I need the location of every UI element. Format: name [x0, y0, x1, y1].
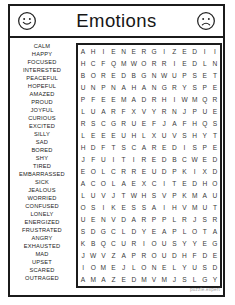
grid-cell: R	[78, 117, 88, 129]
grid-cell: O	[190, 226, 200, 238]
grid-cell: I	[210, 45, 220, 57]
grid-cell: X	[200, 166, 210, 178]
word-item: OUTRAGED	[10, 274, 74, 282]
grid-cell: X	[129, 105, 139, 117]
grid-cell: P	[179, 69, 189, 81]
page-title: Emotions	[37, 12, 196, 31]
grid-cell: M	[119, 57, 129, 69]
grid-cell: U	[210, 190, 220, 202]
grid-cell: N	[88, 81, 98, 93]
grid-cell: O	[78, 202, 88, 214]
grid-cell: F	[88, 153, 98, 165]
grid-cell: E	[98, 93, 108, 105]
grid-cell: O	[210, 178, 220, 190]
grid-cell: Z	[108, 250, 118, 262]
grid-cell: A	[78, 178, 88, 190]
grid-cell: D	[169, 141, 179, 153]
grid-cell: P	[169, 166, 179, 178]
grid-cell: D	[119, 214, 129, 226]
grid-cell: N	[98, 214, 108, 226]
grid-cell: R	[98, 69, 108, 81]
word-item: FRUSTRATED	[10, 226, 74, 234]
grid-cell: R	[149, 57, 159, 69]
grid-cell: E	[78, 166, 88, 178]
grid-cell: P	[190, 105, 200, 117]
grid-cell: U	[190, 262, 200, 274]
word-item: FOCUSED	[10, 58, 74, 66]
word-item: CURIOUS	[10, 114, 74, 122]
grid-cell: P	[78, 93, 88, 105]
grid-cell: I	[200, 45, 210, 57]
grid-cell: H	[159, 93, 169, 105]
grid-cell: A	[119, 250, 129, 262]
grid-cell: D	[169, 250, 179, 262]
grid-cell: I	[179, 141, 189, 153]
grid-cell: A	[78, 274, 88, 286]
grid-cell: I	[159, 178, 169, 190]
grid-cell: B	[88, 238, 98, 250]
grid-cell: L	[179, 226, 189, 238]
grid-cell: A	[210, 226, 220, 238]
grid-cell: P	[129, 250, 139, 262]
word-item: EMBARRASSED	[10, 170, 74, 178]
grid-cell: A	[139, 141, 149, 153]
grid-cell: S	[179, 129, 189, 141]
grid-cell: O	[88, 69, 98, 81]
letter-grid: AHIENERGIZEDIIHCFQMWORRIEDLNBOREDBGNWUPS…	[76, 43, 222, 288]
grid-cell: L	[98, 166, 108, 178]
word-item: LONELY	[10, 210, 74, 218]
grid-cell: L	[78, 129, 88, 141]
happy-face-icon	[17, 11, 37, 31]
grid-cell: E	[200, 69, 210, 81]
grid-cell: S	[190, 141, 200, 153]
grid-cell: J	[159, 117, 169, 129]
grid-cell: T	[210, 69, 220, 81]
grid-cell: N	[149, 69, 159, 81]
grid-cell: Q	[98, 238, 108, 250]
grid-cell: L	[129, 262, 139, 274]
grid-cell: P	[98, 81, 108, 93]
grid-cell: F	[98, 57, 108, 69]
grid-cell: E	[159, 262, 169, 274]
grid-cell: U	[129, 117, 139, 129]
word-item: JOYFUL	[10, 106, 74, 114]
grid-cell: Y	[200, 129, 210, 141]
grid-cell: N	[210, 57, 220, 69]
grid-cell: D	[129, 226, 139, 238]
grid-cell: H	[129, 81, 139, 93]
grid-cell: L	[200, 57, 210, 69]
grid-cell: L	[139, 129, 149, 141]
grid-cell: A	[119, 178, 129, 190]
grid-cell: A	[98, 105, 108, 117]
word-item: SCARED	[10, 266, 74, 274]
grid-cell: L	[78, 105, 88, 117]
grid-cell: E	[149, 153, 159, 165]
grid-cell: D	[159, 153, 169, 165]
word-item: BORED	[10, 146, 74, 154]
grid-cell: X	[149, 129, 159, 141]
grid-cell: O	[98, 178, 108, 190]
grid-cell: K	[179, 190, 189, 202]
grid-cell: A	[200, 190, 210, 202]
grid-cell: O	[88, 262, 98, 274]
grid-cell: N	[169, 105, 179, 117]
grid-cell: E	[210, 250, 220, 262]
grid-cell: O	[149, 238, 159, 250]
grid-cell: C	[108, 238, 118, 250]
grid-cell: I	[190, 166, 200, 178]
grid-cell: E	[129, 45, 139, 57]
grid-cell: Z	[108, 274, 118, 286]
grid-cell: S	[139, 202, 149, 214]
grid-cell: U	[159, 129, 169, 141]
grid-cell: V	[108, 214, 118, 226]
word-item: ENERGIZED	[10, 218, 74, 226]
grid-cell: Q	[108, 57, 118, 69]
grid-cell: R	[149, 141, 159, 153]
grid-cell: Y	[210, 274, 220, 286]
grid-cell: S	[119, 141, 129, 153]
word-item: UPSET	[10, 258, 74, 266]
word-item: PROUD	[10, 98, 74, 106]
grid-cell: E	[210, 81, 220, 93]
grid-cell: M	[190, 190, 200, 202]
grid-cell: E	[210, 141, 220, 153]
word-item: WORRIED	[10, 194, 74, 202]
grid-cell: R	[179, 214, 189, 226]
grid-cell: A	[78, 45, 88, 57]
grid-cell: E	[88, 214, 98, 226]
grid-cell: T	[210, 202, 220, 214]
grid-cell: W	[159, 69, 169, 81]
grid-cell: D	[129, 274, 139, 286]
grid-cell: D	[139, 93, 149, 105]
grid-cell: D	[210, 262, 220, 274]
grid-cell: U	[149, 166, 159, 178]
grid-cell: H	[190, 117, 200, 129]
word-list: CALMHAPPYFOCUSEDINTERESTEDPEACEFULHOPEFU…	[10, 42, 74, 282]
word-item: EXHAUSTED	[10, 242, 74, 250]
word-item: JEALOUS	[10, 186, 74, 194]
grid-cell: R	[129, 238, 139, 250]
grid-cell: C	[88, 57, 98, 69]
grid-cell: R	[129, 166, 139, 178]
grid-cell: J	[78, 153, 88, 165]
grid-cell: T	[200, 226, 210, 238]
grid-cell: R	[119, 117, 129, 129]
grid-cell: N	[108, 81, 118, 93]
grid-cell: W	[190, 153, 200, 165]
grid-cell: R	[139, 45, 149, 57]
grid-cell: Y	[179, 81, 189, 93]
grid-cell: J	[78, 250, 88, 262]
grid-cell: T	[210, 129, 220, 141]
grid-cell: J	[108, 190, 118, 202]
grid-cell: E	[88, 129, 98, 141]
word-item: PEACEFUL	[10, 74, 74, 82]
grid-cell: K	[179, 166, 189, 178]
word-item: CONFUSED	[10, 202, 74, 210]
grid-cell: A	[159, 226, 169, 238]
grid-cell: G	[200, 274, 210, 286]
grid-cell: S	[200, 262, 210, 274]
grid-cell: H	[190, 129, 200, 141]
grid-cell: G	[108, 117, 118, 129]
grid-cell: F	[98, 141, 108, 153]
grid-cell: I	[98, 45, 108, 57]
grid-cell: W	[88, 250, 98, 262]
grid-cell: D	[190, 45, 200, 57]
grid-cell: R	[210, 214, 220, 226]
word-item: HOPEFUL	[10, 82, 74, 90]
grid-cell: B	[78, 69, 88, 81]
grid-cell: D	[200, 250, 210, 262]
grid-cell: C	[149, 178, 159, 190]
grid-cell: H	[200, 178, 210, 190]
grid-cell: V	[159, 190, 169, 202]
grid-cell: C	[129, 141, 139, 153]
grid-cell: V	[149, 274, 159, 286]
grid-cell: Y	[179, 262, 189, 274]
grid-cell: C	[88, 178, 98, 190]
grid-cell: D	[210, 166, 220, 178]
grid-cell: J	[119, 262, 129, 274]
grid-cell: I	[139, 238, 149, 250]
word-item: MAD	[10, 250, 74, 258]
grid-cell: E	[179, 178, 189, 190]
grid-cell: N	[149, 81, 159, 93]
word-item: ANGRY	[10, 234, 74, 242]
grid-cell: Q	[200, 93, 210, 105]
grid-cell: S	[190, 81, 200, 93]
grid-cell: E	[129, 178, 139, 190]
grid-cell: H	[169, 202, 179, 214]
grid-cell: O	[139, 262, 149, 274]
grid-cell: U	[88, 105, 98, 117]
grid-cell: D	[190, 178, 200, 190]
grid-cell: X	[139, 178, 149, 190]
grid-cell: S	[179, 274, 189, 286]
grid-cell: V	[139, 105, 149, 117]
grid-cell: R	[119, 166, 129, 178]
grid-cell: U	[119, 129, 129, 141]
grid-cell: Y	[179, 238, 189, 250]
grid-cell: U	[78, 214, 88, 226]
grid-cell: M	[139, 274, 149, 286]
grid-cell: A	[129, 214, 139, 226]
grid-cell: H	[78, 141, 88, 153]
grid-cell: E	[159, 141, 169, 153]
grid-cell: U	[200, 202, 210, 214]
grid-cell: E	[139, 117, 149, 129]
grid-cell: A	[149, 202, 159, 214]
grid-cell: E	[179, 57, 189, 69]
word-item: TIRED	[10, 162, 74, 170]
grid-cell: P	[169, 190, 179, 202]
grid-cell: U	[98, 153, 108, 165]
grid-cell: A	[129, 93, 139, 105]
watermark: puzzle.expert	[190, 287, 220, 292]
grid-cell: R	[210, 93, 220, 105]
grid-cell: O	[149, 250, 159, 262]
word-item: INTERESTED	[10, 66, 74, 74]
grid-cell: W	[129, 190, 139, 202]
grid-cell: R	[149, 93, 159, 105]
grid-cell: F	[119, 105, 129, 117]
grid-cell: R	[159, 57, 169, 69]
word-item: SAD	[10, 138, 74, 146]
grid-cell: D	[88, 141, 98, 153]
grid-cell: P	[169, 226, 179, 238]
grid-cell: E	[139, 166, 149, 178]
grid-cell: K	[108, 202, 118, 214]
grid-cell: B	[129, 69, 139, 81]
grid-cell: U	[159, 238, 169, 250]
grid-cell: T	[119, 153, 129, 165]
grid-cell: T	[119, 190, 129, 202]
grid-cell: E	[119, 202, 129, 214]
grid-cell: I	[78, 262, 88, 274]
word-item: CALM	[10, 42, 74, 50]
worksheet-page: Emotions CALMHAPPYFOCUSEDINTERESTEDPEACE…	[8, 4, 225, 297]
grid-cell: I	[159, 202, 169, 214]
grid-cell: H	[78, 57, 88, 69]
grid-cell: O	[88, 166, 98, 178]
grid-cell: I	[98, 202, 108, 214]
grid-cell: K	[78, 238, 88, 250]
grid-cell: H	[88, 45, 98, 57]
grid-cell: C	[108, 166, 118, 178]
puzzle-body: CALMHAPPYFOCUSEDINTERESTEDPEACEFULHOPEFU…	[10, 38, 223, 295]
grid-cell: E	[108, 93, 118, 105]
grid-cell: S	[88, 117, 98, 129]
grid-cell: F	[179, 117, 189, 129]
grid-cell: W	[179, 93, 189, 105]
grid-cell: I	[169, 57, 179, 69]
grid-cell: A	[119, 81, 129, 93]
grid-cell: S	[190, 69, 200, 81]
grid-cell: R	[108, 105, 118, 117]
grid-cell: G	[149, 45, 159, 57]
word-item: AMAZED	[10, 90, 74, 98]
grid-cell: F	[88, 93, 98, 105]
grid-cell: Y	[190, 238, 200, 250]
grid-cell: U	[78, 81, 88, 93]
grid-cell: V	[98, 190, 108, 202]
grid-cell: O	[139, 57, 149, 69]
grid-cell: I	[169, 93, 179, 105]
grid-cell: L	[169, 262, 179, 274]
grid-cell: R	[169, 81, 179, 93]
grid-cell: Y	[139, 226, 149, 238]
grid-cell: E	[149, 226, 159, 238]
grid-cell: U	[169, 69, 179, 81]
grid-cell: V	[169, 129, 179, 141]
grid-cell: L	[78, 190, 88, 202]
grid-cell: J	[169, 274, 179, 286]
grid-cell: H	[129, 129, 139, 141]
word-item: SICK	[10, 178, 74, 186]
grid-cell: G	[210, 238, 220, 250]
grid-cell: N	[149, 262, 159, 274]
grid-cell: W	[129, 57, 139, 69]
grid-cell: S	[200, 214, 210, 226]
grid-cell: M	[159, 274, 169, 286]
grid-cell: G	[159, 81, 169, 93]
grid-cell: S	[149, 190, 159, 202]
grid-cell: L	[169, 214, 179, 226]
grid-cell: Z	[169, 45, 179, 57]
grid-cell: J	[190, 214, 200, 226]
grid-cell: C	[98, 117, 108, 129]
grid-cell: M	[190, 93, 200, 105]
grid-cell: D	[190, 57, 200, 69]
header: Emotions	[10, 6, 223, 38]
grid-cell: M	[88, 274, 98, 286]
grid-cell: E	[108, 129, 118, 141]
grid-cell: A	[169, 117, 179, 129]
grid-cell: P	[200, 141, 210, 153]
grid-cell: R	[159, 105, 169, 117]
grid-cell: A	[98, 274, 108, 286]
grid-cell: I	[129, 153, 139, 165]
grid-cell: P	[159, 214, 169, 226]
grid-cell: I	[108, 153, 118, 165]
grid-cell: S	[169, 238, 179, 250]
grid-cell: U	[200, 105, 210, 117]
sad-face-icon	[196, 11, 216, 31]
grid-cell: D	[88, 226, 98, 238]
grid-cell: L	[119, 226, 129, 238]
grid-cell: S	[88, 202, 98, 214]
grid-cell: G	[139, 69, 149, 81]
grid-cell: E	[200, 238, 210, 250]
grid-cell: P	[149, 214, 159, 226]
grid-cell: V	[98, 250, 108, 262]
grid-cell: H	[179, 250, 189, 262]
grid-cell: H	[139, 190, 149, 202]
grid-cell: L	[190, 274, 200, 286]
grid-cell: E	[200, 153, 210, 165]
grid-cell: R	[139, 153, 149, 165]
grid-cell: R	[139, 214, 149, 226]
grid-cell: F	[149, 117, 159, 129]
grid-cell: T	[108, 141, 118, 153]
word-item: HAPPY	[10, 50, 74, 58]
grid-cell: R	[139, 250, 149, 262]
grid-cell: S	[129, 202, 139, 214]
grid-cell: F	[190, 250, 200, 262]
grid-cell: D	[159, 166, 169, 178]
grid-cell: E	[98, 129, 108, 141]
word-item: SHY	[10, 154, 74, 162]
grid-cell: M	[98, 262, 108, 274]
grid-cell: D	[210, 153, 220, 165]
grid-cell: C	[108, 226, 118, 238]
grid-cell: E	[108, 262, 118, 274]
grid-cell: I	[159, 45, 169, 57]
grid-cell: E	[179, 45, 189, 57]
word-item: SILLY	[10, 130, 74, 138]
grid-cell: P	[200, 81, 210, 93]
grid-cell: M	[190, 202, 200, 214]
grid-cell: L	[108, 178, 118, 190]
grid-cell: E	[108, 69, 118, 81]
grid-cell: G	[98, 226, 108, 238]
grid-cell: U	[119, 238, 129, 250]
